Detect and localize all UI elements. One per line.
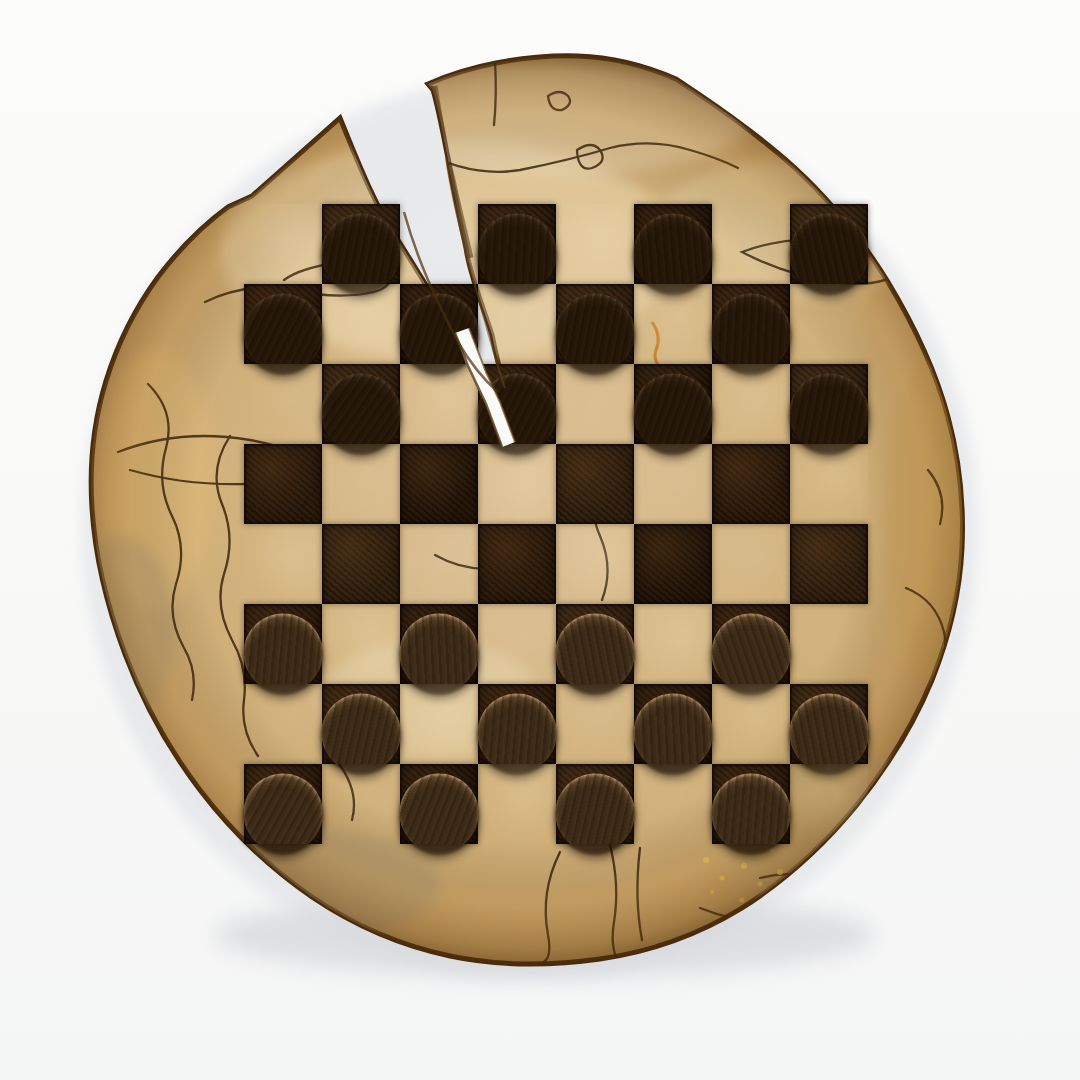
square-g5[interactable] (712, 444, 790, 524)
dark-checker[interactable]: ● (634, 204, 712, 284)
dark-checker[interactable]: ● (478, 204, 556, 284)
light-checker[interactable]: ● (400, 764, 478, 844)
dark-checker[interactable]: ● (556, 284, 634, 364)
square-a6 (244, 364, 322, 444)
square-e1[interactable]: ● (556, 764, 634, 844)
square-c6 (400, 364, 478, 444)
dark-checker[interactable]: ● (712, 284, 790, 364)
square-h4[interactable] (790, 524, 868, 604)
light-checker[interactable]: ● (400, 604, 478, 684)
square-b2[interactable]: ● (322, 684, 400, 764)
dark-checker[interactable]: ● (478, 364, 556, 444)
light-checker[interactable]: ● (712, 764, 790, 844)
square-d8[interactable]: ● (478, 204, 556, 284)
square-b6[interactable]: ● (322, 364, 400, 444)
square-f5 (634, 444, 712, 524)
square-e3[interactable]: ● (556, 604, 634, 684)
square-a7[interactable]: ● (244, 284, 322, 364)
square-h8[interactable]: ● (790, 204, 868, 284)
square-d2[interactable]: ● (478, 684, 556, 764)
dark-checker[interactable]: ● (322, 204, 400, 284)
square-b5 (322, 444, 400, 524)
square-g7[interactable]: ● (712, 284, 790, 364)
square-d4[interactable] (478, 524, 556, 604)
dark-checker[interactable]: ● (400, 284, 478, 364)
square-d6[interactable]: ● (478, 364, 556, 444)
light-checker[interactable]: ● (322, 684, 400, 764)
light-checker[interactable]: ● (244, 604, 322, 684)
square-d5 (478, 444, 556, 524)
dark-checker[interactable]: ● (790, 364, 868, 444)
square-b1 (322, 764, 400, 844)
square-g3[interactable]: ● (712, 604, 790, 684)
light-checker[interactable]: ● (556, 604, 634, 684)
light-checker[interactable]: ● (634, 684, 712, 764)
square-d1 (478, 764, 556, 844)
square-e7[interactable]: ● (556, 284, 634, 364)
square-b4[interactable] (322, 524, 400, 604)
square-h6[interactable]: ● (790, 364, 868, 444)
checkers-board: ●●●●●●●●●●●●●●●●●●●●●●●● (244, 204, 868, 844)
square-f6[interactable]: ● (634, 364, 712, 444)
dark-checker[interactable]: ● (634, 364, 712, 444)
dark-checker[interactable]: ● (322, 364, 400, 444)
light-checker[interactable]: ● (790, 684, 868, 764)
square-f1 (634, 764, 712, 844)
square-c5[interactable] (400, 444, 478, 524)
light-checker[interactable]: ● (478, 684, 556, 764)
square-g1[interactable]: ● (712, 764, 790, 844)
square-f4[interactable] (634, 524, 712, 604)
square-a3[interactable]: ● (244, 604, 322, 684)
square-e5[interactable] (556, 444, 634, 524)
square-f8[interactable]: ● (634, 204, 712, 284)
square-c7[interactable]: ● (400, 284, 478, 364)
square-a5[interactable] (244, 444, 322, 524)
square-b8[interactable]: ● (322, 204, 400, 284)
light-checker[interactable]: ● (244, 764, 322, 844)
scene: ●●●●●●●●●●●●●●●●●●●●●●●● (0, 0, 1080, 1080)
square-a1[interactable]: ● (244, 764, 322, 844)
dark-checker[interactable]: ● (244, 284, 322, 364)
square-c3[interactable]: ● (400, 604, 478, 684)
light-checker[interactable]: ● (556, 764, 634, 844)
square-g6 (712, 364, 790, 444)
square-h1 (790, 764, 868, 844)
square-f2[interactable]: ● (634, 684, 712, 764)
light-checker[interactable]: ● (712, 604, 790, 684)
square-h2[interactable]: ● (790, 684, 868, 764)
square-h5 (790, 444, 868, 524)
square-e6 (556, 364, 634, 444)
square-c1[interactable]: ● (400, 764, 478, 844)
dark-checker[interactable]: ● (790, 204, 868, 284)
